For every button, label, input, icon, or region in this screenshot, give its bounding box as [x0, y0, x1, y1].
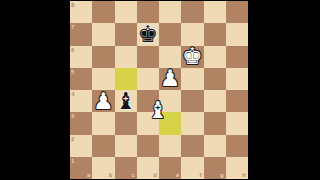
rank-label-3: 3: [71, 113, 74, 119]
file-label-d: d: [153, 172, 157, 178]
square-a3[interactable]: 3: [70, 112, 92, 134]
file-label-b: b: [109, 172, 113, 178]
file-label-g: g: [220, 172, 224, 178]
white-pawn-b4[interactable]: ♟: [92, 90, 114, 112]
square-h6[interactable]: [226, 46, 248, 68]
square-h8[interactable]: [226, 1, 248, 23]
square-f5[interactable]: [181, 68, 203, 90]
square-c3[interactable]: [115, 112, 137, 134]
letterbox-right: [248, 0, 320, 180]
square-g3[interactable]: [204, 112, 226, 134]
letterbox-left: [0, 0, 70, 180]
white-pawn-e5[interactable]: ♟: [159, 68, 181, 90]
square-a5[interactable]: 5: [70, 68, 92, 90]
square-h3[interactable]: [226, 112, 248, 134]
square-d2[interactable]: [137, 135, 159, 157]
square-b7[interactable]: [92, 23, 114, 45]
square-b1[interactable]: b: [92, 157, 114, 179]
square-d8[interactable]: [137, 1, 159, 23]
square-b2[interactable]: [92, 135, 114, 157]
square-f1[interactable]: f: [181, 157, 203, 179]
square-g4[interactable]: [204, 90, 226, 112]
square-g1[interactable]: g: [204, 157, 226, 179]
square-e8[interactable]: [159, 1, 181, 23]
rank-label-2: 2: [71, 136, 74, 142]
square-c7[interactable]: [115, 23, 137, 45]
white-bishop-e3[interactable]: ♝: [147, 100, 169, 122]
square-h7[interactable]: [226, 23, 248, 45]
square-h2[interactable]: [226, 135, 248, 157]
chess-app-frame: 87654321abcdefgh ♚♚♟♟♝♝: [0, 0, 320, 180]
file-label-e: e: [176, 172, 179, 178]
square-h4[interactable]: [226, 90, 248, 112]
white-king-f6[interactable]: ♚: [181, 46, 203, 68]
file-label-f: f: [200, 172, 202, 178]
rank-label-7: 7: [71, 24, 74, 30]
square-a4[interactable]: 4: [70, 90, 92, 112]
file-label-c: c: [131, 172, 134, 178]
square-c2[interactable]: [115, 135, 137, 157]
square-d5[interactable]: [137, 68, 159, 90]
rank-label-4: 4: [71, 91, 74, 97]
square-c8[interactable]: [115, 1, 137, 23]
square-c1[interactable]: c: [115, 157, 137, 179]
square-h5[interactable]: [226, 68, 248, 90]
square-g5[interactable]: [204, 68, 226, 90]
square-f3[interactable]: [181, 112, 203, 134]
file-label-h: h: [242, 172, 246, 178]
square-e1[interactable]: e: [159, 157, 181, 179]
rank-label-5: 5: [71, 69, 74, 75]
square-g6[interactable]: [204, 46, 226, 68]
file-label-a: a: [87, 172, 90, 178]
square-a7[interactable]: 7: [70, 23, 92, 45]
square-f8[interactable]: [181, 1, 203, 23]
black-king-d7[interactable]: ♚: [137, 23, 159, 45]
square-b5[interactable]: [92, 68, 114, 90]
black-bishop-c4[interactable]: ♝: [115, 90, 137, 112]
square-g2[interactable]: [204, 135, 226, 157]
square-c6[interactable]: [115, 46, 137, 68]
square-b3[interactable]: [92, 112, 114, 134]
rank-label-8: 8: [71, 2, 74, 8]
square-f4[interactable]: [181, 90, 203, 112]
square-e7[interactable]: [159, 23, 181, 45]
square-a8[interactable]: 8: [70, 1, 92, 23]
square-d1[interactable]: d: [137, 157, 159, 179]
rank-label-1: 1: [71, 158, 74, 164]
rank-label-6: 6: [71, 47, 74, 53]
square-e2[interactable]: [159, 135, 181, 157]
square-b6[interactable]: [92, 46, 114, 68]
square-f2[interactable]: [181, 135, 203, 157]
square-a2[interactable]: 2: [70, 135, 92, 157]
square-g8[interactable]: [204, 1, 226, 23]
square-b8[interactable]: [92, 1, 114, 23]
square-a6[interactable]: 6: [70, 46, 92, 68]
square-c5[interactable]: [115, 68, 137, 90]
square-h1[interactable]: h: [226, 157, 248, 179]
square-g7[interactable]: [204, 23, 226, 45]
square-a1[interactable]: 1a: [70, 157, 92, 179]
square-d6[interactable]: [137, 46, 159, 68]
